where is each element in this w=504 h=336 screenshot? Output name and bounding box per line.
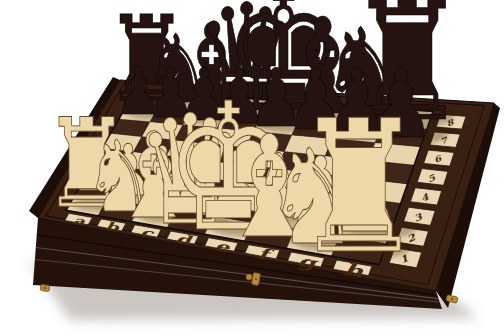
brass-clasp-ring bbox=[246, 274, 252, 280]
piece-white-rook-h1[interactable]: ♜ bbox=[293, 81, 424, 294]
brass-hinge-right-pin bbox=[451, 298, 453, 300]
chess-board: abcdefgh12345678♜♞♝♛♚♝♟♞♟♜♟♟♟♟♟♟♟♟♟♟♜♟♞♝… bbox=[0, 0, 504, 336]
brass-hinge-left-pin bbox=[44, 287, 46, 289]
brass-clasp-pin bbox=[255, 278, 257, 280]
chess-set-photo: abcdefgh12345678♜♞♝♛♚♝♟♞♟♜♟♟♟♟♟♟♟♟♟♟♜♟♞♝… bbox=[0, 0, 504, 336]
